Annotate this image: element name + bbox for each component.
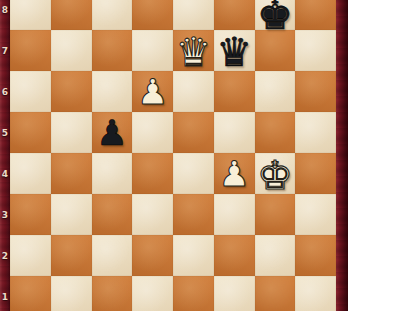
square-h7 xyxy=(295,30,336,71)
square-h5 xyxy=(295,112,336,153)
square-e3 xyxy=(173,194,214,235)
rank-label-7: 7 xyxy=(0,46,10,55)
square-e7: ♛ xyxy=(173,30,214,71)
rank-label-3: 3 xyxy=(0,210,10,219)
square-h1 xyxy=(295,276,336,311)
rank-label-6: 6 xyxy=(0,87,10,96)
square-f8 xyxy=(214,0,255,30)
square-c5: ♟ xyxy=(92,112,133,153)
square-d7 xyxy=(132,30,173,71)
board-left-frame: 87654321 xyxy=(0,0,10,311)
piece-black-pawn-c5: ♟ xyxy=(96,116,127,151)
square-b3 xyxy=(51,194,92,235)
square-c3 xyxy=(92,194,133,235)
square-d4 xyxy=(132,153,173,194)
rank-label-8: 8 xyxy=(0,5,10,14)
piece-white-queen-e7: ♛ xyxy=(175,32,211,72)
square-d8 xyxy=(132,0,173,30)
square-f5 xyxy=(214,112,255,153)
chess-diagram: ♚♛♛♟♟♟♚ 87654321 xyxy=(0,0,414,311)
square-f3 xyxy=(214,194,255,235)
square-a6 xyxy=(10,71,51,112)
square-d5 xyxy=(132,112,173,153)
square-d3 xyxy=(132,194,173,235)
square-e8 xyxy=(173,0,214,30)
square-e1 xyxy=(173,276,214,311)
chess-board: ♚♛♛♟♟♟♚ xyxy=(10,0,336,311)
square-b2 xyxy=(51,235,92,276)
square-e5 xyxy=(173,112,214,153)
square-f4: ♟ xyxy=(214,153,255,194)
square-a2 xyxy=(10,235,51,276)
square-e2 xyxy=(173,235,214,276)
piece-white-pawn-f4: ♟ xyxy=(218,157,249,192)
square-c2 xyxy=(92,235,133,276)
rank-label-1: 1 xyxy=(0,292,10,301)
square-g4: ♚ xyxy=(255,153,296,194)
square-d1 xyxy=(132,276,173,311)
piece-black-queen-f7: ♛ xyxy=(216,32,252,72)
square-f6 xyxy=(214,71,255,112)
square-a8 xyxy=(10,0,51,30)
square-c6 xyxy=(92,71,133,112)
square-b1 xyxy=(51,276,92,311)
square-g5 xyxy=(255,112,296,153)
square-d6: ♟ xyxy=(132,71,173,112)
square-a1 xyxy=(10,276,51,311)
square-e6 xyxy=(173,71,214,112)
square-a4 xyxy=(10,153,51,194)
rank-label-4: 4 xyxy=(0,169,10,178)
square-a3 xyxy=(10,194,51,235)
square-g1 xyxy=(255,276,296,311)
square-f1 xyxy=(214,276,255,311)
square-h2 xyxy=(295,235,336,276)
square-h6 xyxy=(295,71,336,112)
piece-white-pawn-d6: ♟ xyxy=(137,75,168,110)
square-f2 xyxy=(214,235,255,276)
square-g2 xyxy=(255,235,296,276)
square-a7 xyxy=(10,30,51,71)
square-b4 xyxy=(51,153,92,194)
square-b8 xyxy=(51,0,92,30)
square-g3 xyxy=(255,194,296,235)
square-h8 xyxy=(295,0,336,30)
board-right-frame xyxy=(336,0,348,311)
square-h3 xyxy=(295,194,336,235)
square-c7 xyxy=(92,30,133,71)
square-b5 xyxy=(51,112,92,153)
square-a5 xyxy=(10,112,51,153)
square-g8: ♚ xyxy=(255,0,296,30)
rank-label-2: 2 xyxy=(0,251,10,260)
square-f7: ♛ xyxy=(214,30,255,71)
square-b6 xyxy=(51,71,92,112)
square-c8 xyxy=(92,0,133,30)
piece-white-king-g4: ♚ xyxy=(257,155,293,195)
square-c4 xyxy=(92,153,133,194)
square-d2 xyxy=(132,235,173,276)
square-c1 xyxy=(92,276,133,311)
square-b7 xyxy=(51,30,92,71)
rank-label-5: 5 xyxy=(0,128,10,137)
piece-black-king-g8: ♚ xyxy=(257,0,293,35)
square-e4 xyxy=(173,153,214,194)
square-h4 xyxy=(295,153,336,194)
square-g6 xyxy=(255,71,296,112)
